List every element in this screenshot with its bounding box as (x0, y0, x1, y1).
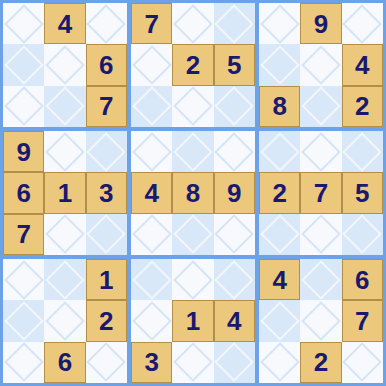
given-digit: 7 (144, 11, 158, 37)
diamond-decoration (215, 132, 255, 172)
diamond-decoration (132, 132, 172, 172)
cell-r8c3[interactable]: 2 (86, 300, 127, 341)
diamond-decoration (4, 260, 44, 300)
diamond-decoration (343, 343, 383, 383)
box-1: 467 (3, 3, 127, 127)
given-digit: 3 (99, 180, 113, 206)
cell-r9c2[interactable]: 6 (44, 342, 85, 383)
diamond-decoration (132, 260, 172, 300)
diamond-decoration (132, 45, 172, 85)
cell-r8c9[interactable]: 7 (342, 300, 383, 341)
cell-r3c5[interactable] (172, 86, 213, 127)
diamond-decoration (4, 343, 44, 383)
cell-r5c7[interactable]: 2 (259, 172, 300, 213)
given-digit: 6 (16, 180, 30, 206)
cell-r9c5[interactable] (172, 342, 213, 383)
cell-r3c8[interactable] (300, 86, 341, 127)
cell-r9c1[interactable] (3, 342, 44, 383)
box-9: 4672 (259, 259, 383, 383)
cell-r4c8[interactable] (300, 131, 341, 172)
cell-r7c5[interactable] (172, 259, 213, 300)
diamond-decoration (173, 4, 213, 44)
diamond-decoration (215, 343, 255, 383)
cell-r7c9[interactable]: 6 (342, 259, 383, 300)
given-digit: 3 (144, 349, 158, 375)
cell-r3c3[interactable]: 7 (86, 86, 127, 127)
diamond-decoration (173, 260, 213, 300)
cell-r2c3[interactable]: 6 (86, 44, 127, 85)
given-digit: 1 (99, 267, 113, 293)
cell-r8c1[interactable] (3, 300, 44, 341)
box-3: 9482 (259, 3, 383, 127)
cell-r7c7[interactable]: 4 (259, 259, 300, 300)
diamond-decoration (173, 87, 213, 127)
diamond-decoration (260, 215, 300, 255)
diamond-decoration (260, 45, 300, 85)
diamond-decoration (343, 4, 383, 44)
cell-r5c8[interactable]: 7 (300, 172, 341, 213)
diamond-decoration (215, 4, 255, 44)
cell-r5c1[interactable]: 6 (3, 172, 44, 213)
diamond-decoration (301, 132, 341, 172)
diamond-decoration (343, 215, 383, 255)
given-digit: 6 (355, 267, 369, 293)
cell-r8c8[interactable] (300, 300, 341, 341)
diamond-decoration (45, 260, 85, 300)
cell-r2c1[interactable] (3, 44, 44, 85)
cell-r2c4[interactable] (131, 44, 172, 85)
cell-r7c2[interactable] (44, 259, 85, 300)
cell-r1c6[interactable] (214, 3, 255, 44)
cell-r8c5[interactable]: 1 (172, 300, 213, 341)
cell-r7c3[interactable]: 1 (86, 259, 127, 300)
given-digit: 2 (186, 52, 200, 78)
cell-r9c3[interactable] (86, 342, 127, 383)
diamond-decoration (173, 132, 213, 172)
given-digit: 9 (314, 11, 328, 37)
given-digit: 5 (355, 180, 369, 206)
diamond-decoration (87, 343, 127, 383)
given-digit: 9 (227, 180, 241, 206)
box-8: 143 (131, 259, 255, 383)
cell-r3c6[interactable] (214, 86, 255, 127)
diamond-decoration (260, 132, 300, 172)
cell-r2c7[interactable] (259, 44, 300, 85)
given-digit: 7 (99, 93, 113, 119)
cell-r4c9[interactable] (342, 131, 383, 172)
diamond-decoration (173, 215, 213, 255)
cell-r1c1[interactable] (3, 3, 44, 44)
diamond-decoration (87, 132, 127, 172)
box-2: 725 (131, 3, 255, 127)
diamond-decoration (87, 4, 127, 44)
diamond-decoration (45, 45, 85, 85)
diamond-decoration (301, 215, 341, 255)
diamond-decoration (260, 301, 300, 341)
cell-r7c4[interactable] (131, 259, 172, 300)
cell-r4c1[interactable]: 9 (3, 131, 44, 172)
given-digit: 4 (227, 308, 241, 334)
diamond-decoration (45, 215, 85, 255)
cell-r1c2[interactable]: 4 (44, 3, 85, 44)
given-digit: 5 (227, 52, 241, 78)
cell-r3c2[interactable] (44, 86, 85, 127)
diamond-decoration (260, 4, 300, 44)
given-digit: 1 (58, 180, 72, 206)
cell-r3c7[interactable]: 8 (259, 86, 300, 127)
diamond-decoration (301, 87, 341, 127)
cell-r8c2[interactable] (44, 300, 85, 341)
diamond-decoration (45, 301, 85, 341)
cell-r6c1[interactable]: 7 (3, 214, 44, 255)
cell-r2c5[interactable]: 2 (172, 44, 213, 85)
cell-r4c5[interactable] (172, 131, 213, 172)
cell-r9c8[interactable]: 2 (300, 342, 341, 383)
cell-r8c6[interactable]: 4 (214, 300, 255, 341)
cell-r4c2[interactable] (44, 131, 85, 172)
given-digit: 8 (186, 180, 200, 206)
given-digit: 1 (186, 308, 200, 334)
diamond-decoration (45, 132, 85, 172)
given-digit: 4 (144, 180, 158, 206)
given-digit: 7 (355, 308, 369, 334)
diamond-decoration (87, 215, 127, 255)
diamond-decoration (4, 45, 44, 85)
sudoku-board: 4677259482961374892751261434672 (0, 0, 386, 386)
diamond-decoration (301, 45, 341, 85)
cell-r4c4[interactable] (131, 131, 172, 172)
cell-r2c6[interactable]: 5 (214, 44, 255, 85)
cell-r2c8[interactable] (300, 44, 341, 85)
cell-r5c3[interactable]: 3 (86, 172, 127, 213)
cell-r3c9[interactable]: 2 (342, 86, 383, 127)
given-digit: 4 (58, 11, 72, 37)
cell-r9c6[interactable] (214, 342, 255, 383)
cell-r9c4[interactable]: 3 (131, 342, 172, 383)
cell-r9c7[interactable] (259, 342, 300, 383)
cell-r6c9[interactable] (342, 214, 383, 255)
cell-r1c8[interactable]: 9 (300, 3, 341, 44)
given-digit: 4 (272, 267, 286, 293)
given-digit: 2 (99, 308, 113, 334)
cell-r2c9[interactable]: 4 (342, 44, 383, 85)
given-digit: 6 (58, 349, 72, 375)
box-6: 275 (259, 131, 383, 255)
cell-r7c1[interactable] (3, 259, 44, 300)
given-digit: 9 (16, 139, 30, 165)
cell-r4c7[interactable] (259, 131, 300, 172)
cell-r2c2[interactable] (44, 44, 85, 85)
diamond-decoration (132, 301, 172, 341)
diamond-decoration (4, 4, 44, 44)
diamond-decoration (132, 215, 172, 255)
diamond-decoration (215, 215, 255, 255)
cell-r1c3[interactable] (86, 3, 127, 44)
cell-r5c2[interactable]: 1 (44, 172, 85, 213)
cell-r7c8[interactable] (300, 259, 341, 300)
given-digit: 2 (272, 180, 286, 206)
cell-r5c5[interactable]: 8 (172, 172, 213, 213)
cell-r6c8[interactable] (300, 214, 341, 255)
diamond-decoration (215, 260, 255, 300)
cell-r5c4[interactable]: 4 (131, 172, 172, 213)
cell-r1c9[interactable] (342, 3, 383, 44)
cell-r6c3[interactable] (86, 214, 127, 255)
diamond-decoration (343, 132, 383, 172)
cell-r4c6[interactable] (214, 131, 255, 172)
cell-r5c6[interactable]: 9 (214, 172, 255, 213)
cell-r3c1[interactable] (3, 86, 44, 127)
diamond-decoration (45, 87, 85, 127)
given-digit: 7 (314, 180, 328, 206)
cell-r5c9[interactable]: 5 (342, 172, 383, 213)
cell-r1c5[interactable] (172, 3, 213, 44)
cell-r6c4[interactable] (131, 214, 172, 255)
cell-r1c7[interactable] (259, 3, 300, 44)
cell-r4c3[interactable] (86, 131, 127, 172)
cell-r9c9[interactable] (342, 342, 383, 383)
cell-r3c4[interactable] (131, 86, 172, 127)
diamond-decoration (301, 301, 341, 341)
diamond-decoration (173, 343, 213, 383)
given-digit: 8 (272, 93, 286, 119)
diamond-decoration (215, 87, 255, 127)
cell-r6c2[interactable] (44, 214, 85, 255)
given-digit: 6 (99, 52, 113, 78)
cell-r6c5[interactable] (172, 214, 213, 255)
box-5: 489 (131, 131, 255, 255)
given-digit: 7 (16, 221, 30, 247)
given-digit: 2 (355, 93, 369, 119)
given-digit: 2 (314, 349, 328, 375)
box-7: 126 (3, 259, 127, 383)
cell-r7c6[interactable] (214, 259, 255, 300)
cell-r8c4[interactable] (131, 300, 172, 341)
cell-r6c6[interactable] (214, 214, 255, 255)
diamond-decoration (301, 260, 341, 300)
cell-r8c7[interactable] (259, 300, 300, 341)
diamond-decoration (4, 87, 44, 127)
box-4: 96137 (3, 131, 127, 255)
cell-r1c4[interactable]: 7 (131, 3, 172, 44)
given-digit: 4 (355, 52, 369, 78)
diamond-decoration (132, 87, 172, 127)
cell-r6c7[interactable] (259, 214, 300, 255)
diamond-decoration (260, 343, 300, 383)
diamond-decoration (4, 301, 44, 341)
